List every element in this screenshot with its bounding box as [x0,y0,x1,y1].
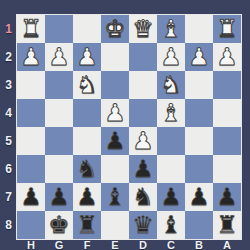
square-g8[interactable]: ♚ [45,211,73,239]
square-h3[interactable] [17,71,45,99]
square-b2[interactable]: ♟ [185,43,213,71]
square-f8[interactable]: ♜ [73,211,101,239]
white-bishop-c1: ♝ [157,15,185,43]
black-pawn-f7: ♟ [73,183,101,211]
square-f6[interactable]: ♞ [73,155,101,183]
square-c4[interactable]: ♝ [157,99,185,127]
white-pawn-h2: ♟ [17,43,45,71]
square-g3[interactable] [45,71,73,99]
white-pawn-b2: ♟ [185,43,213,71]
square-a2[interactable]: ♟ [213,43,241,71]
square-b7[interactable]: ♟ [185,183,213,211]
rank-label-3: 3 [0,71,17,99]
black-bishop-e7: ♝ [101,183,129,211]
white-pawn-d5: ♟ [129,127,157,155]
square-b8[interactable] [185,211,213,239]
white-pawn-c2: ♟ [157,43,185,71]
white-knight-f3: ♞ [73,71,101,99]
rank-label-7: 7 [0,183,17,211]
square-a5[interactable] [213,127,241,155]
square-f3[interactable]: ♞ [73,71,101,99]
square-c3[interactable]: ♞ [157,71,185,99]
square-a8[interactable]: ♜ [213,211,241,239]
black-pawn-d6: ♟ [129,155,157,183]
square-c1[interactable]: ♝ [157,15,185,43]
rank-label-8: 8 [0,211,17,239]
square-h7[interactable]: ♟ [17,183,45,211]
rank-label-2: 2 [0,43,17,71]
file-label-h: H [17,239,45,250]
file-labels: HGFEDCBA [17,239,241,250]
square-d8[interactable]: ♛ [129,211,157,239]
file-label-c: C [157,239,185,250]
square-b1[interactable] [185,15,213,43]
black-queen-d8: ♛ [129,211,157,239]
square-b3[interactable] [185,71,213,99]
square-g7[interactable]: ♟ [45,183,73,211]
square-e2[interactable] [101,43,129,71]
square-g1[interactable] [45,15,73,43]
white-pawn-f2: ♟ [73,43,101,71]
square-e7[interactable]: ♝ [101,183,129,211]
square-h4[interactable] [17,99,45,127]
square-h5[interactable] [17,127,45,155]
square-h1[interactable]: ♜ [17,15,45,43]
black-pawn-h7: ♟ [17,183,45,211]
square-d7[interactable]: ♞ [129,183,157,211]
black-pawn-e5: ♟ [101,127,129,155]
square-d4[interactable] [129,99,157,127]
square-e6[interactable] [101,155,129,183]
rank-label-5: 5 [0,127,17,155]
rank-label-1: 1 [0,15,17,43]
file-label-b: B [185,239,213,250]
square-g4[interactable] [45,99,73,127]
black-rook-f8: ♜ [73,211,101,239]
chess-diagram: 12345678 ♜♚♛♝♜♟♟♟♟♟♟♞♞♟♝♟♟♞♟♟♟♟♝♞♟♟♟♚♜♛♝… [0,0,250,250]
square-e3[interactable] [101,71,129,99]
black-king-g8: ♚ [45,211,73,239]
square-f7[interactable]: ♟ [73,183,101,211]
white-pawn-a2: ♟ [213,43,241,71]
square-c8[interactable]: ♝ [157,211,185,239]
square-d6[interactable]: ♟ [129,155,157,183]
white-pawn-g2: ♟ [45,43,73,71]
white-knight-c3: ♞ [157,71,185,99]
file-label-a: A [213,239,241,250]
square-f5[interactable] [73,127,101,155]
black-pawn-g7: ♟ [45,183,73,211]
file-label-e: E [101,239,129,250]
black-pawn-c7: ♟ [157,183,185,211]
square-h2[interactable]: ♟ [17,43,45,71]
black-pawn-a7: ♟ [213,183,241,211]
chess-board: ♜♚♛♝♜♟♟♟♟♟♟♞♞♟♝♟♟♞♟♟♟♟♝♞♟♟♟♚♜♛♝♜ [17,15,241,239]
square-e8[interactable] [101,211,129,239]
square-e4[interactable]: ♟ [101,99,129,127]
square-f2[interactable]: ♟ [73,43,101,71]
square-c7[interactable]: ♟ [157,183,185,211]
square-g5[interactable] [45,127,73,155]
square-d5[interactable]: ♟ [129,127,157,155]
square-a3[interactable] [213,71,241,99]
square-d1[interactable]: ♛ [129,15,157,43]
square-h8[interactable] [17,211,45,239]
black-knight-d7: ♞ [129,183,157,211]
square-g2[interactable]: ♟ [45,43,73,71]
square-c6[interactable] [157,155,185,183]
black-knight-f6: ♞ [73,155,101,183]
file-label-d: D [129,239,157,250]
square-d3[interactable] [129,71,157,99]
black-bishop-c8: ♝ [157,211,185,239]
white-bishop-c4: ♝ [157,99,185,127]
square-f4[interactable] [73,99,101,127]
square-a7[interactable]: ♟ [213,183,241,211]
white-pawn-e4: ♟ [101,99,129,127]
rank-labels: 12345678 [0,15,17,239]
square-a6[interactable] [213,155,241,183]
file-label-g: G [45,239,73,250]
white-rook-h1: ♜ [17,15,45,43]
rank-label-4: 4 [0,99,17,127]
white-king-e1: ♚ [101,15,129,43]
black-pawn-b7: ♟ [185,183,213,211]
square-c2[interactable]: ♟ [157,43,185,71]
square-e5[interactable]: ♟ [101,127,129,155]
black-rook-a8: ♜ [213,211,241,239]
square-c5[interactable] [157,127,185,155]
rank-label-6: 6 [0,155,17,183]
square-b6[interactable] [185,155,213,183]
square-e1[interactable]: ♚ [101,15,129,43]
square-b5[interactable] [185,127,213,155]
file-label-f: F [73,239,101,250]
square-a4[interactable] [213,99,241,127]
square-b4[interactable] [185,99,213,127]
white-queen-d1: ♛ [129,15,157,43]
square-f1[interactable] [73,15,101,43]
square-g6[interactable] [45,155,73,183]
square-d2[interactable] [129,43,157,71]
white-rook-a1: ♜ [213,15,241,43]
square-h6[interactable] [17,155,45,183]
square-a1[interactable]: ♜ [213,15,241,43]
